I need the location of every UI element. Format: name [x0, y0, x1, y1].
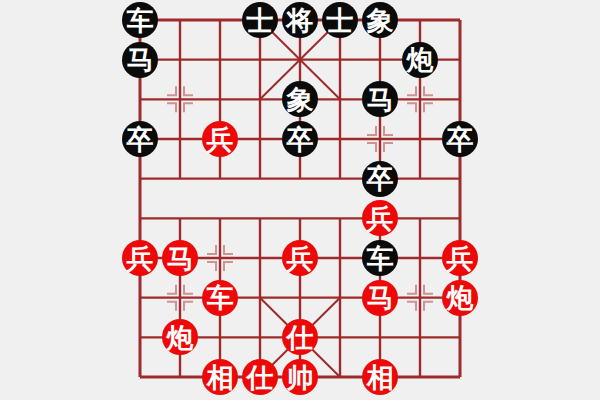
piece-black-elephant-g1[interactable]: 象 — [362, 2, 398, 38]
point-marker-h8 — [407, 285, 416, 294]
piece-red-advisor-e9[interactable]: 仕 — [282, 319, 318, 355]
point-marker-c7 — [207, 245, 216, 254]
piece-black-soldier-e4[interactable]: 卒 — [282, 121, 318, 157]
point-marker-c7 — [207, 262, 216, 271]
piece-black-advisor-d1[interactable]: 士 — [242, 2, 278, 38]
point-marker-b3 — [167, 103, 176, 112]
point-marker-b3 — [184, 103, 193, 112]
point-marker-g4 — [367, 143, 376, 152]
point-marker-g4 — [384, 126, 393, 135]
piece-red-horse-b7[interactable]: 马 — [162, 240, 198, 276]
point-marker-h3 — [407, 103, 416, 112]
piece-black-cannon-h2[interactable]: 炮 — [402, 42, 438, 78]
piece-black-soldier-a4[interactable]: 卒 — [122, 121, 158, 157]
piece-black-soldier-g5[interactable]: 卒 — [362, 161, 398, 197]
point-marker-h8 — [424, 285, 433, 294]
point-marker-h8 — [407, 302, 416, 311]
piece-red-advisor-d10[interactable]: 仕 — [242, 359, 278, 395]
point-marker-b3 — [184, 86, 193, 95]
piece-red-cannon-i8[interactable]: 炮 — [442, 280, 478, 316]
piece-red-soldier-a7[interactable]: 兵 — [122, 240, 158, 276]
piece-black-advisor-f1[interactable]: 士 — [322, 2, 358, 38]
piece-red-horse-g8[interactable]: 马 — [362, 280, 398, 316]
xiangqi-board: 车士将士象马炮象马卒兵卒卒卒兵兵马兵车兵车马炮炮仕相仕帅相 — [0, 0, 600, 400]
point-marker-h3 — [424, 103, 433, 112]
piece-black-chariot-g7[interactable]: 车 — [362, 240, 398, 276]
piece-red-cannon-b9[interactable]: 炮 — [162, 319, 198, 355]
point-marker-g4 — [367, 126, 376, 135]
piece-black-soldier-i4[interactable]: 卒 — [442, 121, 478, 157]
point-marker-b8 — [184, 285, 193, 294]
piece-red-elephant-c10[interactable]: 相 — [202, 359, 238, 395]
piece-red-general-e10[interactable]: 帅 — [282, 359, 318, 395]
piece-red-chariot-c8[interactable]: 车 — [202, 280, 238, 316]
piece-black-horse-g3[interactable]: 马 — [362, 81, 398, 117]
piece-red-soldier-e7[interactable]: 兵 — [282, 240, 318, 276]
point-marker-b8 — [167, 302, 176, 311]
point-marker-b3 — [167, 86, 176, 95]
point-marker-b8 — [184, 302, 193, 311]
piece-red-soldier-i7[interactable]: 兵 — [442, 240, 478, 276]
piece-red-soldier-c4[interactable]: 兵 — [202, 121, 238, 157]
piece-red-soldier-g6[interactable]: 兵 — [362, 200, 398, 236]
point-marker-c7 — [224, 245, 233, 254]
point-marker-g4 — [384, 143, 393, 152]
xiangqi-app: 车士将士象马炮象马卒兵卒卒卒兵兵马兵车兵车马炮炮仕相仕帅相 — [0, 0, 600, 400]
piece-black-general-e1[interactable]: 将 — [282, 2, 318, 38]
piece-black-elephant-e3[interactable]: 象 — [282, 81, 318, 117]
point-marker-h3 — [424, 86, 433, 95]
piece-black-chariot-a1[interactable]: 车 — [122, 2, 158, 38]
piece-black-horse-a2[interactable]: 马 — [122, 42, 158, 78]
point-marker-h3 — [407, 86, 416, 95]
point-marker-c7 — [224, 262, 233, 271]
piece-red-elephant-g10[interactable]: 相 — [362, 359, 398, 395]
point-marker-b8 — [167, 285, 176, 294]
point-marker-h8 — [424, 302, 433, 311]
